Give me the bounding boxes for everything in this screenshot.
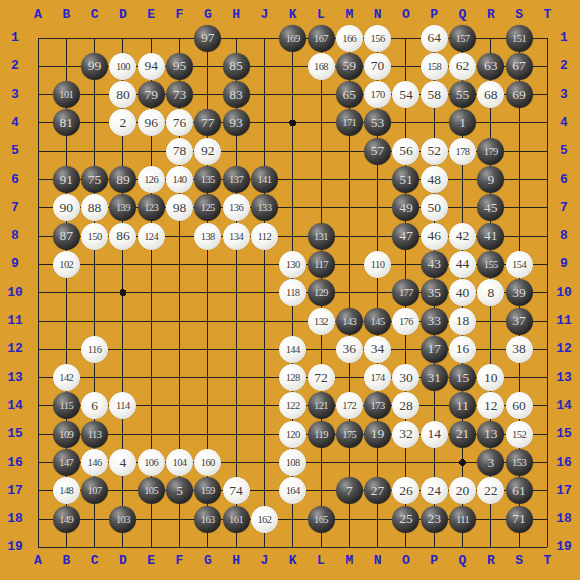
stone-white-124-E8: 124 (138, 223, 165, 250)
move-number: 53 (371, 114, 385, 130)
move-number: 96 (144, 114, 158, 130)
move-number: 155 (484, 258, 498, 269)
stone-black-21-Q15: 21 (449, 421, 476, 448)
move-number: 88 (88, 199, 102, 215)
star-point (459, 459, 466, 466)
stone-black-123-E7: 123 (138, 194, 165, 221)
move-number: 37 (512, 313, 526, 329)
stone-white-126-E6: 126 (138, 166, 165, 193)
stone-white-110-N9: 110 (364, 251, 391, 278)
move-number: 46 (427, 228, 441, 244)
stone-black-81-B4: 81 (53, 109, 80, 136)
star-point (120, 289, 127, 296)
move-number: 108 (286, 457, 300, 468)
stone-black-97-G1: 97 (194, 25, 221, 52)
stone-white-130-K9: 130 (279, 251, 306, 278)
stone-black-31-P13: 31 (421, 364, 448, 391)
move-number: 134 (229, 230, 243, 241)
move-number: 10 (484, 369, 498, 385)
move-number: 58 (427, 86, 441, 102)
stone-black-151-S1: 151 (506, 25, 533, 52)
move-number: 110 (371, 258, 385, 269)
stone-black-17-P12: 17 (421, 336, 448, 363)
move-number: 51 (399, 171, 413, 187)
move-number: 19 (371, 426, 385, 442)
move-number: 6 (91, 397, 98, 413)
move-number: 119 (314, 428, 328, 439)
move-number: 12 (484, 397, 498, 413)
stone-white-162-J18: 162 (251, 506, 278, 533)
stone-black-131-L8: 131 (308, 223, 335, 250)
stone-black-121-L14: 121 (308, 392, 335, 419)
move-number: 176 (399, 315, 413, 326)
move-number: 95 (173, 58, 187, 74)
move-number: 132 (314, 315, 328, 326)
move-number: 70 (371, 58, 385, 74)
stone-black-169-K1: 169 (279, 25, 306, 52)
move-number: 7 (346, 482, 353, 498)
stone-black-179-R5: 179 (477, 138, 504, 165)
stone-white-94-E2: 94 (138, 53, 165, 80)
move-number: 163 (201, 513, 215, 524)
move-number: 129 (314, 287, 328, 298)
stone-black-85-H2: 85 (223, 53, 250, 80)
move-number: 103 (116, 513, 130, 524)
move-number: 166 (342, 32, 356, 43)
move-number: 161 (229, 513, 243, 524)
move-number: 17 (427, 341, 441, 357)
stone-white-140-F6: 140 (166, 166, 193, 193)
go-game-record-viewer: 1234567891011121314151617181920212223242… (0, 0, 580, 580)
move-number: 122 (286, 400, 300, 411)
move-number: 77 (201, 114, 215, 130)
stone-white-150-C8: 150 (81, 223, 108, 250)
stone-black-103-D18: 103 (109, 506, 136, 533)
move-number: 57 (371, 143, 385, 159)
move-number: 97 (201, 30, 215, 46)
move-number: 87 (60, 228, 74, 244)
stone-black-99-C2: 99 (81, 53, 108, 80)
move-number: 47 (399, 228, 413, 244)
move-number: 115 (60, 400, 74, 411)
stone-white-152-S15: 152 (506, 421, 533, 448)
move-number: 154 (512, 258, 526, 269)
move-number: 39 (512, 284, 526, 300)
move-number: 56 (399, 143, 413, 159)
stone-black-111-Q18: 111 (449, 506, 476, 533)
stone-black-73-F3: 73 (166, 81, 193, 108)
move-number: 86 (116, 228, 130, 244)
move-number: 92 (201, 143, 215, 159)
move-number: 112 (258, 230, 272, 241)
stone-white-108-K16: 108 (279, 449, 306, 476)
move-number: 114 (116, 400, 130, 411)
stone-black-133-J7: 133 (251, 194, 278, 221)
stone-white-56-O5: 56 (392, 138, 419, 165)
move-number: 26 (399, 482, 413, 498)
move-number: 130 (286, 258, 300, 269)
stone-white-102-B9: 102 (53, 251, 80, 278)
stone-white-144-K12: 144 (279, 336, 306, 363)
move-number: 158 (427, 60, 441, 71)
move-number: 35 (427, 284, 441, 300)
stone-white-158-P2: 158 (421, 53, 448, 80)
stone-black-115-B14: 115 (53, 392, 80, 419)
move-number: 21 (456, 426, 470, 442)
stone-black-15-Q13: 15 (449, 364, 476, 391)
move-number: 45 (484, 199, 498, 215)
stone-black-59-M2: 59 (336, 53, 363, 80)
move-number: 167 (314, 32, 328, 43)
move-number: 123 (144, 202, 158, 213)
move-number: 142 (59, 372, 73, 383)
stone-black-117-L9: 117 (308, 251, 335, 278)
stone-white-104-F16: 104 (166, 449, 193, 476)
move-number: 25 (399, 511, 413, 527)
stone-black-105-E17: 105 (138, 477, 165, 504)
move-number: 111 (456, 513, 469, 524)
move-number: 69 (512, 86, 526, 102)
move-number: 54 (399, 86, 413, 102)
move-number: 160 (201, 457, 215, 468)
move-number: 22 (484, 482, 498, 498)
move-number: 9 (487, 171, 494, 187)
move-number: 140 (173, 174, 187, 185)
stone-white-92-G5: 92 (194, 138, 221, 165)
move-number: 94 (144, 58, 158, 74)
stone-white-178-Q5: 178 (449, 138, 476, 165)
move-number: 113 (88, 428, 102, 439)
stone-black-141-J6: 141 (251, 166, 278, 193)
move-number: 80 (116, 86, 130, 102)
stone-black-55-Q3: 55 (449, 81, 476, 108)
stone-white-78-F5: 78 (166, 138, 193, 165)
move-number: 131 (314, 230, 328, 241)
stone-white-42-Q8: 42 (449, 223, 476, 250)
move-number: 64 (427, 30, 441, 46)
stone-black-61-S17: 61 (506, 477, 533, 504)
move-number: 27 (371, 482, 385, 498)
move-number: 40 (456, 284, 470, 300)
move-number: 24 (427, 482, 441, 498)
move-number: 34 (371, 341, 385, 357)
move-number: 105 (144, 485, 158, 496)
move-number: 138 (201, 230, 215, 241)
move-number: 143 (342, 315, 356, 326)
stone-black-13-R15: 13 (477, 421, 504, 448)
stone-white-138-G8: 138 (194, 223, 221, 250)
move-number: 104 (173, 457, 187, 468)
stone-white-168-L2: 168 (308, 53, 335, 80)
move-number: 23 (427, 511, 441, 527)
move-number: 100 (116, 60, 130, 71)
move-number: 11 (456, 397, 469, 413)
stone-white-70-N2: 70 (364, 53, 391, 80)
stone-white-50-P7: 50 (421, 194, 448, 221)
move-number: 139 (116, 202, 130, 213)
move-number: 153 (512, 457, 526, 468)
move-number: 151 (512, 32, 526, 43)
stone-black-71-S18: 71 (506, 506, 533, 533)
move-number: 133 (257, 202, 271, 213)
stone-black-95-F2: 95 (166, 53, 193, 80)
move-number: 20 (456, 482, 470, 498)
stone-white-46-P8: 46 (421, 223, 448, 250)
stone-white-116-C12: 116 (81, 336, 108, 363)
stone-black-75-C6: 75 (81, 166, 108, 193)
move-number: 175 (342, 428, 356, 439)
move-number: 165 (314, 513, 328, 524)
stone-white-172-M14: 172 (336, 392, 363, 419)
stone-white-100-D2: 100 (109, 53, 136, 80)
stone-black-153-S16: 153 (506, 449, 533, 476)
stone-white-156-N1: 156 (364, 25, 391, 52)
move-number: 36 (343, 341, 357, 357)
stone-white-106-E16: 106 (138, 449, 165, 476)
move-number: 174 (371, 372, 385, 383)
move-number: 18 (456, 313, 470, 329)
move-number: 156 (371, 32, 385, 43)
stone-white-146-C16: 146 (81, 449, 108, 476)
stone-white-36-M12: 36 (336, 336, 363, 363)
move-number: 116 (88, 343, 102, 354)
stone-black-47-O8: 47 (392, 223, 419, 250)
stone-white-38-S12: 38 (506, 336, 533, 363)
stone-white-170-N3: 170 (364, 81, 391, 108)
move-number: 71 (512, 511, 526, 527)
move-number: 42 (456, 228, 470, 244)
move-number: 93 (229, 114, 243, 130)
move-number: 178 (456, 145, 470, 156)
move-number: 52 (427, 143, 441, 159)
stone-black-7-M17: 7 (336, 477, 363, 504)
stone-black-175-M15: 175 (336, 421, 363, 448)
move-number: 48 (427, 171, 441, 187)
stone-black-87-B8: 87 (53, 223, 80, 250)
move-number: 172 (342, 400, 356, 411)
move-number: 152 (512, 428, 526, 439)
stone-white-58-P3: 58 (421, 81, 448, 108)
move-number: 60 (512, 397, 526, 413)
stone-black-37-S11: 37 (506, 308, 533, 335)
stone-white-112-J8: 112 (251, 223, 278, 250)
stone-white-134-H8: 134 (223, 223, 250, 250)
stone-white-148-B17: 148 (53, 477, 80, 504)
stone-white-44-Q9: 44 (449, 251, 476, 278)
move-number: 162 (257, 513, 271, 524)
move-number: 65 (343, 86, 357, 102)
move-number: 168 (314, 60, 328, 71)
move-number: 28 (399, 397, 413, 413)
move-number: 5 (176, 482, 183, 498)
stone-black-35-P10: 35 (421, 279, 448, 306)
star-point (289, 120, 296, 127)
move-number: 4 (120, 454, 127, 470)
move-number: 135 (201, 174, 215, 185)
stone-black-93-H4: 93 (223, 109, 250, 136)
move-number: 171 (342, 117, 356, 128)
move-number: 63 (484, 58, 498, 74)
stone-black-113-C15: 113 (81, 421, 108, 448)
move-number: 149 (59, 513, 73, 524)
move-number: 147 (59, 457, 73, 468)
stone-black-63-R2: 63 (477, 53, 504, 80)
move-number: 124 (144, 230, 158, 241)
stone-white-154-S9: 154 (506, 251, 533, 278)
stone-black-83-H3: 83 (223, 81, 250, 108)
move-number: 16 (456, 341, 470, 357)
move-number: 117 (314, 258, 328, 269)
move-number: 68 (484, 86, 498, 102)
stone-white-24-P17: 24 (421, 477, 448, 504)
stone-white-176-O11: 176 (392, 308, 419, 335)
stone-white-62-Q2: 62 (449, 53, 476, 80)
stone-black-163-G18: 163 (194, 506, 221, 533)
move-number: 74 (229, 482, 243, 498)
move-number: 79 (144, 86, 158, 102)
move-number: 73 (173, 86, 187, 102)
move-number: 89 (116, 171, 130, 187)
move-number: 157 (456, 32, 470, 43)
stone-black-149-B18: 149 (53, 506, 80, 533)
move-number: 32 (399, 426, 413, 442)
move-number: 81 (60, 114, 74, 130)
move-number: 50 (427, 199, 441, 215)
stone-white-14-P15: 14 (421, 421, 448, 448)
stone-black-137-H6: 137 (223, 166, 250, 193)
move-number: 1 (459, 114, 466, 130)
stone-white-60-S14: 60 (506, 392, 533, 419)
stone-black-43-P9: 43 (421, 251, 448, 278)
move-number: 99 (88, 58, 102, 74)
stone-black-119-L15: 119 (308, 421, 335, 448)
stone-white-72-L13: 72 (308, 364, 335, 391)
move-number: 61 (512, 482, 526, 498)
move-number: 83 (229, 86, 243, 102)
stone-white-74-H17: 74 (223, 477, 250, 504)
move-number: 145 (371, 315, 385, 326)
move-number: 125 (201, 202, 215, 213)
move-number: 102 (59, 258, 73, 269)
stone-white-90-B7: 90 (53, 194, 80, 221)
move-number: 126 (144, 174, 158, 185)
move-number: 41 (484, 228, 498, 244)
move-number: 78 (173, 143, 187, 159)
move-number: 107 (88, 485, 102, 496)
move-number: 179 (484, 145, 498, 156)
stone-black-19-N15: 19 (364, 421, 391, 448)
stone-black-23-P18: 23 (421, 506, 448, 533)
stone-black-69-S3: 69 (506, 81, 533, 108)
move-number: 90 (60, 199, 74, 215)
move-number: 177 (399, 287, 413, 298)
stone-black-129-L10: 129 (308, 279, 335, 306)
move-number: 8 (487, 284, 494, 300)
move-number: 164 (286, 485, 300, 496)
stone-white-166-M1: 166 (336, 25, 363, 52)
move-number: 109 (59, 428, 73, 439)
stone-white-142-B13: 142 (53, 364, 80, 391)
stone-black-57-N5: 57 (364, 138, 391, 165)
move-number: 91 (60, 171, 74, 187)
move-number: 128 (286, 372, 300, 383)
stone-black-155-R9: 155 (477, 251, 504, 278)
move-number: 101 (59, 89, 73, 100)
stone-black-65-M3: 65 (336, 81, 363, 108)
stone-white-32-O15: 32 (392, 421, 419, 448)
move-number: 59 (343, 58, 357, 74)
stone-black-101-B3: 101 (53, 81, 80, 108)
move-number: 43 (427, 256, 441, 272)
stone-black-165-L18: 165 (308, 506, 335, 533)
move-number: 15 (456, 369, 470, 385)
stone-black-25-O18: 25 (392, 506, 419, 533)
stone-black-39-S10: 39 (506, 279, 533, 306)
stone-white-132-L11: 132 (308, 308, 335, 335)
move-number: 33 (427, 313, 441, 329)
move-number: 120 (286, 428, 300, 439)
stone-white-52-P5: 52 (421, 138, 448, 165)
stone-white-64-P1: 64 (421, 25, 448, 52)
stone-black-157-Q1: 157 (449, 25, 476, 52)
move-number: 144 (286, 343, 300, 354)
move-number: 55 (456, 86, 470, 102)
move-number: 62 (456, 58, 470, 74)
move-number: 72 (314, 369, 328, 385)
stone-white-18-Q11: 18 (449, 308, 476, 335)
move-number: 75 (88, 171, 102, 187)
move-number: 118 (286, 287, 300, 298)
move-number: 98 (173, 199, 187, 215)
move-number: 14 (427, 426, 441, 442)
move-number: 141 (257, 174, 271, 185)
stone-black-33-P11: 33 (421, 308, 448, 335)
move-number: 106 (144, 457, 158, 468)
move-number: 13 (484, 426, 498, 442)
move-number: 169 (286, 32, 300, 43)
move-number: 49 (399, 199, 413, 215)
stone-white-96-E4: 96 (138, 109, 165, 136)
stone-black-91-B6: 91 (53, 166, 80, 193)
move-number: 85 (229, 58, 243, 74)
stone-black-79-E3: 79 (138, 81, 165, 108)
stone-black-171-M4: 171 (336, 109, 363, 136)
move-number: 2 (120, 114, 127, 130)
move-number: 44 (456, 256, 470, 272)
stone-white-34-N12: 34 (364, 336, 391, 363)
stone-black-147-B16: 147 (53, 449, 80, 476)
stone-black-41-R8: 41 (477, 223, 504, 250)
move-number: 76 (173, 114, 187, 130)
move-number: 146 (88, 457, 102, 468)
stone-black-161-H18: 161 (223, 506, 250, 533)
stone-white-48-P6: 48 (421, 166, 448, 193)
move-number: 159 (201, 485, 215, 496)
stone-white-86-D8: 86 (109, 223, 136, 250)
stone-white-40-Q10: 40 (449, 279, 476, 306)
move-number: 136 (229, 202, 243, 213)
stone-white-16-Q12: 16 (449, 336, 476, 363)
stone-black-143-M11: 143 (336, 308, 363, 335)
move-number: 31 (427, 369, 441, 385)
stone-white-136-H7: 136 (223, 194, 250, 221)
move-number: 150 (88, 230, 102, 241)
move-number: 38 (512, 341, 526, 357)
move-number: 170 (371, 89, 385, 100)
stone-black-67-S2: 67 (506, 53, 533, 80)
move-number: 148 (59, 485, 73, 496)
move-number: 137 (229, 174, 243, 185)
